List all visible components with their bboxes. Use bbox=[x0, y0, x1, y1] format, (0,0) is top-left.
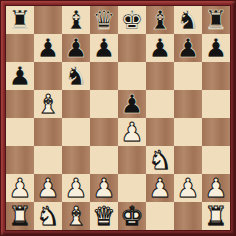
square-a6[interactable]: ♟ bbox=[6, 62, 34, 90]
piece-white-queen: ♛ bbox=[92, 202, 115, 230]
piece-white-rook: ♜ bbox=[8, 202, 31, 230]
piece-white-pawn: ♟ bbox=[148, 174, 171, 202]
square-g2[interactable]: ♟ bbox=[174, 174, 202, 202]
square-d5[interactable] bbox=[90, 90, 118, 118]
square-g6[interactable] bbox=[174, 62, 202, 90]
square-b7[interactable]: ♟ bbox=[34, 34, 62, 62]
square-e3[interactable] bbox=[118, 146, 146, 174]
square-d2[interactable]: ♟ bbox=[90, 174, 118, 202]
square-e5[interactable]: ♟ bbox=[118, 90, 146, 118]
piece-black-pawn: ♟ bbox=[8, 62, 31, 90]
square-f6[interactable] bbox=[146, 62, 174, 90]
piece-white-pawn: ♟ bbox=[8, 174, 31, 202]
piece-black-pawn: ♟ bbox=[64, 34, 87, 62]
square-a8[interactable]: ♜ bbox=[6, 6, 34, 34]
square-a1[interactable]: ♜ bbox=[6, 202, 34, 230]
piece-white-king: ♚ bbox=[120, 202, 143, 230]
square-h2[interactable]: ♟ bbox=[202, 174, 230, 202]
piece-white-pawn: ♟ bbox=[204, 174, 227, 202]
piece-white-pawn: ♟ bbox=[120, 118, 143, 146]
square-h5[interactable] bbox=[202, 90, 230, 118]
piece-black-pawn: ♟ bbox=[148, 34, 171, 62]
square-f2[interactable]: ♟ bbox=[146, 174, 174, 202]
square-f7[interactable]: ♟ bbox=[146, 34, 174, 62]
square-a5[interactable] bbox=[6, 90, 34, 118]
square-c8[interactable]: ♝ bbox=[62, 6, 90, 34]
square-a4[interactable] bbox=[6, 118, 34, 146]
square-d1[interactable]: ♛ bbox=[90, 202, 118, 230]
piece-black-pawn: ♟ bbox=[204, 34, 227, 62]
square-d6[interactable] bbox=[90, 62, 118, 90]
piece-white-knight: ♞ bbox=[36, 202, 59, 230]
square-c4[interactable] bbox=[62, 118, 90, 146]
square-d8[interactable]: ♛ bbox=[90, 6, 118, 34]
square-g8[interactable]: ♞ bbox=[174, 6, 202, 34]
square-c5[interactable] bbox=[62, 90, 90, 118]
square-b6[interactable] bbox=[34, 62, 62, 90]
square-h1[interactable]: ♜ bbox=[202, 202, 230, 230]
piece-white-bishop: ♝ bbox=[64, 202, 87, 230]
square-b2[interactable]: ♟ bbox=[34, 174, 62, 202]
square-g4[interactable] bbox=[174, 118, 202, 146]
square-c3[interactable] bbox=[62, 146, 90, 174]
chess-board: ♜♝♛♚♝♞♜♟♟♟♟♟♟♟♞♝♟♟♞♟♟♟♟♟♟♟♜♞♝♛♚♜ bbox=[6, 6, 230, 230]
square-h8[interactable]: ♜ bbox=[202, 6, 230, 34]
piece-black-rook: ♜ bbox=[8, 6, 31, 34]
square-c6[interactable]: ♞ bbox=[62, 62, 90, 90]
square-f5[interactable] bbox=[146, 90, 174, 118]
piece-white-knight: ♞ bbox=[148, 146, 171, 174]
square-g7[interactable]: ♟ bbox=[174, 34, 202, 62]
square-c1[interactable]: ♝ bbox=[62, 202, 90, 230]
square-e8[interactable]: ♚ bbox=[118, 6, 146, 34]
piece-white-pawn: ♟ bbox=[36, 174, 59, 202]
square-b8[interactable] bbox=[34, 6, 62, 34]
square-b3[interactable] bbox=[34, 146, 62, 174]
square-b1[interactable]: ♞ bbox=[34, 202, 62, 230]
square-a7[interactable] bbox=[6, 34, 34, 62]
piece-black-queen: ♛ bbox=[92, 6, 115, 34]
piece-black-bishop: ♝ bbox=[148, 6, 171, 34]
square-c7[interactable]: ♟ bbox=[62, 34, 90, 62]
square-g1[interactable] bbox=[174, 202, 202, 230]
piece-white-pawn: ♟ bbox=[176, 174, 199, 202]
square-d4[interactable] bbox=[90, 118, 118, 146]
square-c2[interactable]: ♟ bbox=[62, 174, 90, 202]
piece-black-king: ♚ bbox=[120, 6, 143, 34]
square-a2[interactable]: ♟ bbox=[6, 174, 34, 202]
square-e7[interactable] bbox=[118, 34, 146, 62]
piece-black-pawn: ♟ bbox=[36, 34, 59, 62]
square-f8[interactable]: ♝ bbox=[146, 6, 174, 34]
square-h6[interactable] bbox=[202, 62, 230, 90]
piece-black-pawn: ♟ bbox=[120, 90, 143, 118]
piece-black-knight: ♞ bbox=[176, 6, 199, 34]
piece-white-pawn: ♟ bbox=[64, 174, 87, 202]
square-b4[interactable] bbox=[34, 118, 62, 146]
square-h4[interactable] bbox=[202, 118, 230, 146]
piece-white-bishop: ♝ bbox=[36, 90, 59, 118]
square-h7[interactable]: ♟ bbox=[202, 34, 230, 62]
square-g3[interactable] bbox=[174, 146, 202, 174]
square-d3[interactable] bbox=[90, 146, 118, 174]
piece-black-bishop: ♝ bbox=[64, 6, 87, 34]
square-e6[interactable] bbox=[118, 62, 146, 90]
square-d7[interactable]: ♟ bbox=[90, 34, 118, 62]
piece-black-pawn: ♟ bbox=[92, 34, 115, 62]
square-g5[interactable] bbox=[174, 90, 202, 118]
piece-black-knight: ♞ bbox=[64, 62, 87, 90]
square-b5[interactable]: ♝ bbox=[34, 90, 62, 118]
square-a3[interactable] bbox=[6, 146, 34, 174]
square-e4[interactable]: ♟ bbox=[118, 118, 146, 146]
piece-black-rook: ♜ bbox=[204, 6, 227, 34]
square-e2[interactable] bbox=[118, 174, 146, 202]
piece-white-pawn: ♟ bbox=[92, 174, 115, 202]
board-frame: ♜♝♛♚♝♞♜♟♟♟♟♟♟♟♞♝♟♟♞♟♟♟♟♟♟♟♜♞♝♛♚♜ bbox=[0, 0, 236, 236]
piece-white-rook: ♜ bbox=[204, 202, 227, 230]
square-f3[interactable]: ♞ bbox=[146, 146, 174, 174]
square-f1[interactable] bbox=[146, 202, 174, 230]
square-e1[interactable]: ♚ bbox=[118, 202, 146, 230]
square-f4[interactable] bbox=[146, 118, 174, 146]
piece-black-pawn: ♟ bbox=[176, 34, 199, 62]
square-h3[interactable] bbox=[202, 146, 230, 174]
